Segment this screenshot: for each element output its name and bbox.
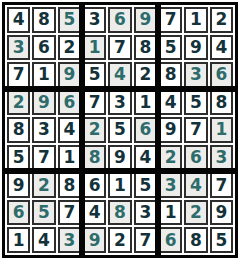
cell-r5c2[interactable]: 3 — [32, 117, 55, 143]
cell-r3c2[interactable]: 1 — [32, 62, 55, 88]
cell-r1c1[interactable]: 4 — [7, 7, 30, 33]
cell-r4c6[interactable]: 1 — [134, 90, 157, 116]
cell-r6c7[interactable]: 2 — [159, 145, 182, 171]
cell-r4c3[interactable]: 6 — [58, 90, 81, 116]
cell-r9c9[interactable]: 5 — [210, 227, 233, 253]
cell-r6c1[interactable]: 5 — [7, 145, 30, 171]
cell-r2c9[interactable]: 4 — [210, 35, 233, 61]
cell-r4c8[interactable]: 5 — [184, 90, 207, 116]
cell-r5c3[interactable]: 4 — [58, 117, 81, 143]
cell-r8c8[interactable]: 2 — [184, 200, 207, 226]
cell-r9c7[interactable]: 6 — [159, 227, 182, 253]
cell-r8c3[interactable]: 7 — [58, 200, 81, 226]
cell-r5c6[interactable]: 6 — [134, 117, 157, 143]
cell-r1c5[interactable]: 6 — [108, 7, 131, 33]
cell-r9c4[interactable]: 9 — [83, 227, 106, 253]
cell-r5c7[interactable]: 9 — [159, 117, 182, 143]
cell-r6c2[interactable]: 7 — [32, 145, 55, 171]
cell-r1c8[interactable]: 1 — [184, 7, 207, 33]
cell-r3c7[interactable]: 8 — [159, 62, 182, 88]
cell-r7c4[interactable]: 6 — [83, 172, 106, 198]
box-divider-vertical-2 — [155, 5, 161, 255]
cell-r4c1[interactable]: 2 — [7, 90, 30, 116]
box-divider-vertical-1 — [79, 5, 85, 255]
box-divider-horizontal-1 — [5, 86, 235, 92]
cell-r1c9[interactable]: 2 — [210, 7, 233, 33]
cell-r4c7[interactable]: 4 — [159, 90, 182, 116]
cell-r7c9[interactable]: 7 — [210, 172, 233, 198]
cell-r9c8[interactable]: 8 — [184, 227, 207, 253]
sudoku-board: 4853697123621785947195428362967314588342… — [2, 2, 238, 258]
cell-r1c6[interactable]: 9 — [134, 7, 157, 33]
cell-r3c3[interactable]: 9 — [58, 62, 81, 88]
cell-r6c5[interactable]: 9 — [108, 145, 131, 171]
cell-r1c3[interactable]: 5 — [58, 7, 81, 33]
cell-r9c6[interactable]: 7 — [134, 227, 157, 253]
cell-r2c2[interactable]: 6 — [32, 35, 55, 61]
box-divider-horizontal-2 — [5, 168, 235, 174]
cell-r3c9[interactable]: 6 — [210, 62, 233, 88]
cell-r8c2[interactable]: 5 — [32, 200, 55, 226]
cell-r7c7[interactable]: 3 — [159, 172, 182, 198]
cell-r4c9[interactable]: 8 — [210, 90, 233, 116]
cell-r5c8[interactable]: 7 — [184, 117, 207, 143]
cell-r7c2[interactable]: 2 — [32, 172, 55, 198]
cell-r9c1[interactable]: 1 — [7, 227, 30, 253]
cell-r8c1[interactable]: 6 — [7, 200, 30, 226]
cell-r2c5[interactable]: 7 — [108, 35, 131, 61]
cell-r2c3[interactable]: 2 — [58, 35, 81, 61]
cell-r4c2[interactable]: 9 — [32, 90, 55, 116]
cell-r5c5[interactable]: 5 — [108, 117, 131, 143]
sudoku-page: 4853697123621785947195428362967314588342… — [0, 0, 240, 265]
cell-r7c8[interactable]: 4 — [184, 172, 207, 198]
cell-r1c4[interactable]: 3 — [83, 7, 106, 33]
cell-r6c4[interactable]: 8 — [83, 145, 106, 171]
cell-r3c6[interactable]: 2 — [134, 62, 157, 88]
cell-r1c2[interactable]: 8 — [32, 7, 55, 33]
cell-r2c1[interactable]: 3 — [7, 35, 30, 61]
cell-r1c7[interactable]: 7 — [159, 7, 182, 33]
cell-r7c1[interactable]: 9 — [7, 172, 30, 198]
cell-r6c6[interactable]: 4 — [134, 145, 157, 171]
cell-r9c2[interactable]: 4 — [32, 227, 55, 253]
cell-r9c5[interactable]: 2 — [108, 227, 131, 253]
cell-r5c9[interactable]: 1 — [210, 117, 233, 143]
cell-r2c8[interactable]: 9 — [184, 35, 207, 61]
cell-r3c4[interactable]: 5 — [83, 62, 106, 88]
cell-r5c1[interactable]: 8 — [7, 117, 30, 143]
cell-r4c5[interactable]: 3 — [108, 90, 131, 116]
cell-r7c5[interactable]: 1 — [108, 172, 131, 198]
cell-r6c8[interactable]: 6 — [184, 145, 207, 171]
cell-r2c6[interactable]: 8 — [134, 35, 157, 61]
cell-r2c7[interactable]: 5 — [159, 35, 182, 61]
cell-r8c7[interactable]: 1 — [159, 200, 182, 226]
cell-r5c4[interactable]: 2 — [83, 117, 106, 143]
cell-r7c3[interactable]: 8 — [58, 172, 81, 198]
cell-r8c4[interactable]: 4 — [83, 200, 106, 226]
cell-r8c5[interactable]: 8 — [108, 200, 131, 226]
cell-r2c4[interactable]: 1 — [83, 35, 106, 61]
cell-r9c3[interactable]: 3 — [58, 227, 81, 253]
cell-r3c1[interactable]: 7 — [7, 62, 30, 88]
cell-r3c8[interactable]: 3 — [184, 62, 207, 88]
cell-r4c4[interactable]: 7 — [83, 90, 106, 116]
cell-r3c5[interactable]: 4 — [108, 62, 131, 88]
cell-r8c9[interactable]: 9 — [210, 200, 233, 226]
cell-r6c9[interactable]: 3 — [210, 145, 233, 171]
cell-r6c3[interactable]: 1 — [58, 145, 81, 171]
cell-r8c6[interactable]: 3 — [134, 200, 157, 226]
cell-r7c6[interactable]: 5 — [134, 172, 157, 198]
